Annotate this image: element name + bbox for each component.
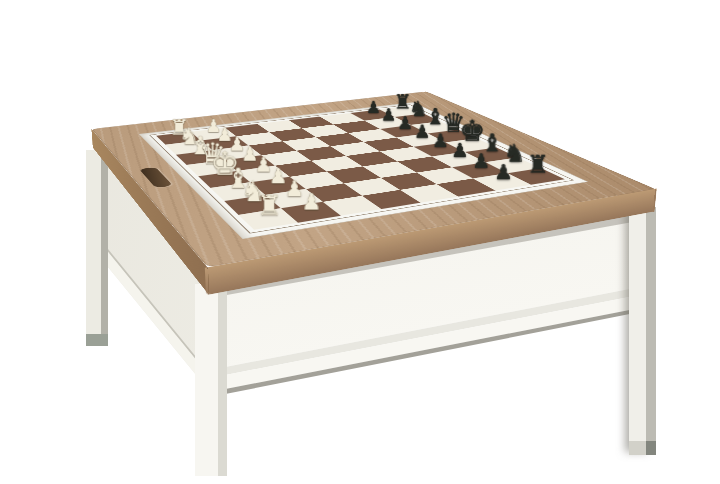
table-leg-right bbox=[629, 207, 656, 455]
handle-notch bbox=[139, 167, 173, 188]
table-leg-left bbox=[86, 150, 108, 346]
product-photo: ♜♞♝♛♚♝♞♜♟♟♟♟♟♟♟♟♟♟♟♟♟♟♟♟♜♞♝♛♚♝♞♜ bbox=[0, 0, 720, 484]
chess-board: ♜♞♝♛♚♝♞♜♟♟♟♟♟♟♟♟♟♟♟♟♟♟♟♟♜♞♝♛♚♝♞♜ bbox=[156, 106, 565, 230]
table-leg-front bbox=[195, 284, 227, 476]
